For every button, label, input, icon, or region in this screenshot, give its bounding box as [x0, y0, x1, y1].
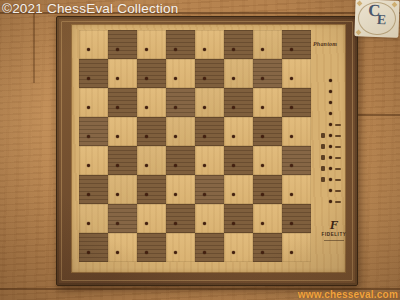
square-sensor-led: [145, 251, 148, 254]
square-g6: [253, 88, 282, 117]
panel-led: [329, 112, 332, 115]
square-sensor-led: [174, 106, 177, 109]
square-f2: [224, 204, 253, 233]
square-sensor-led: [87, 251, 90, 254]
square-e4: [195, 146, 224, 175]
square-sensor-led: [116, 222, 119, 225]
square-a8: [79, 30, 108, 59]
square-sensor-led: [174, 193, 177, 196]
square-sensor-led: [290, 222, 293, 225]
square-sensor-led: [174, 251, 177, 254]
square-sensor-led: [203, 222, 206, 225]
led-row: [321, 108, 347, 119]
chesseval-logo: C E: [354, 0, 399, 38]
square-sensor-led: [232, 77, 235, 80]
square-e6: [195, 88, 224, 117]
fidelity-f-icon: F: [317, 218, 351, 231]
square-h5: [282, 117, 311, 146]
square-c2: [137, 204, 166, 233]
panel-led: [329, 123, 332, 126]
square-sensor-led: [87, 164, 90, 167]
led-row: [321, 141, 347, 152]
square-g1: [253, 233, 282, 262]
square-e5: [195, 117, 224, 146]
square-d6: [166, 88, 195, 117]
logo-letter-e: E: [377, 12, 387, 28]
square-sensor-led: [232, 164, 235, 167]
panel-led: [329, 101, 332, 104]
square-g3: [253, 175, 282, 204]
square-e2: [195, 204, 224, 233]
square-a6: [79, 88, 108, 117]
square-g8: [253, 30, 282, 59]
square-b4: [108, 146, 137, 175]
square-sensor-led: [116, 135, 119, 138]
square-sensor-led: [261, 106, 264, 109]
led-label: [335, 157, 341, 159]
led-row: [321, 196, 347, 207]
square-sensor-led: [232, 222, 235, 225]
square-c4: [137, 146, 166, 175]
square-c8: [137, 30, 166, 59]
square-c7: [137, 59, 166, 88]
square-g5: [253, 117, 282, 146]
square-sensor-led: [174, 222, 177, 225]
square-sensor-led: [203, 48, 206, 51]
led-row: [321, 163, 347, 174]
square-c3: [137, 175, 166, 204]
square-sensor-led: [145, 48, 148, 51]
led-label: [335, 168, 341, 170]
square-sensor-led: [290, 77, 293, 80]
square-sensor-led: [261, 251, 264, 254]
square-sensor-led: [203, 106, 206, 109]
square-f8: [224, 30, 253, 59]
square-a3: [79, 175, 108, 204]
square-d3: [166, 175, 195, 204]
floor-plank-seam-right: [352, 114, 400, 116]
square-b3: [108, 175, 137, 204]
chessboard: Phantom F FIDELITY: [56, 16, 358, 286]
led-label: [335, 135, 341, 137]
square-sensor-led: [145, 135, 148, 138]
led-row: [321, 97, 347, 108]
model-label: Phantom: [313, 41, 373, 47]
square-sensor-led: [290, 106, 293, 109]
square-sensor-led: [290, 48, 293, 51]
square-d8: [166, 30, 195, 59]
square-e3: [195, 175, 224, 204]
square-sensor-led: [232, 106, 235, 109]
square-sensor-led: [232, 193, 235, 196]
square-sensor-led: [87, 135, 90, 138]
led-row: [321, 174, 347, 185]
board-grid: [79, 30, 311, 262]
copyright-watermark: ©2021 ChessEval Collection: [2, 1, 179, 16]
square-f4: [224, 146, 253, 175]
square-h4: [282, 146, 311, 175]
square-sensor-led: [87, 48, 90, 51]
square-e1: [195, 233, 224, 262]
website-watermark: www.chesseval.com: [298, 289, 398, 300]
square-a1: [79, 233, 108, 262]
square-f6: [224, 88, 253, 117]
square-sensor-led: [116, 251, 119, 254]
logo-corner-ornament-icon: [392, 2, 398, 8]
square-g7: [253, 59, 282, 88]
square-h7: [282, 59, 311, 88]
square-d7: [166, 59, 195, 88]
square-sensor-led: [261, 164, 264, 167]
square-sensor-led: [232, 48, 235, 51]
square-e8: [195, 30, 224, 59]
square-d1: [166, 233, 195, 262]
board-playing-surface: Phantom F FIDELITY: [71, 24, 346, 273]
square-sensor-led: [261, 193, 264, 196]
panel-led: [329, 145, 332, 148]
panel-led: [329, 200, 332, 203]
square-sensor-led: [261, 222, 264, 225]
square-sensor-led: [174, 48, 177, 51]
square-sensor-led: [261, 77, 264, 80]
square-sensor-led: [87, 106, 90, 109]
square-sensor-led: [261, 48, 264, 51]
square-sensor-led: [87, 222, 90, 225]
square-f7: [224, 59, 253, 88]
logo-corner-ornament-icon: [357, 1, 363, 7]
panel-led: [329, 134, 332, 137]
square-sensor-led: [87, 193, 90, 196]
square-d5: [166, 117, 195, 146]
square-sensor-led: [145, 193, 148, 196]
square-b6: [108, 88, 137, 117]
square-c5: [137, 117, 166, 146]
square-b5: [108, 117, 137, 146]
led-label: [335, 124, 341, 126]
square-sensor-led: [203, 135, 206, 138]
logo-corner-ornament-icon: [356, 30, 362, 36]
led-row: [321, 130, 347, 141]
square-sensor-led: [174, 135, 177, 138]
square-h2: [282, 204, 311, 233]
square-b1: [108, 233, 137, 262]
panel-led: [329, 178, 332, 181]
floor-plank-seam-left: [33, 13, 35, 83]
square-sensor-led: [232, 135, 235, 138]
square-f5: [224, 117, 253, 146]
square-g2: [253, 204, 282, 233]
square-sensor-led: [116, 164, 119, 167]
panel-led: [329, 189, 332, 192]
piece-symbol-icon: [321, 166, 325, 171]
panel-led: [329, 79, 332, 82]
led-label: [335, 201, 341, 203]
led-row: [321, 185, 347, 196]
led-label: [335, 179, 341, 181]
square-sensor-led: [290, 164, 293, 167]
square-b8: [108, 30, 137, 59]
square-sensor-led: [203, 164, 206, 167]
square-e7: [195, 59, 224, 88]
square-f1: [224, 233, 253, 262]
square-sensor-led: [203, 77, 206, 80]
square-sensor-led: [174, 77, 177, 80]
led-row: [321, 152, 347, 163]
panel-led: [329, 167, 332, 170]
square-sensor-led: [232, 251, 235, 254]
panel-led: [329, 90, 332, 93]
square-sensor-led: [145, 77, 148, 80]
square-sensor-led: [203, 251, 206, 254]
square-sensor-led: [87, 77, 90, 80]
piece-symbol-icon: [321, 177, 325, 182]
square-b7: [108, 59, 137, 88]
led-status-panel: [321, 75, 347, 207]
square-sensor-led: [145, 222, 148, 225]
square-a5: [79, 117, 108, 146]
square-a7: [79, 59, 108, 88]
piece-symbol-icon: [321, 155, 325, 160]
square-sensor-led: [290, 251, 293, 254]
square-h1: [282, 233, 311, 262]
square-sensor-led: [145, 106, 148, 109]
square-d4: [166, 146, 195, 175]
led-label: [335, 146, 341, 148]
square-g4: [253, 146, 282, 175]
fidelity-logo: F FIDELITY: [317, 218, 351, 241]
panel-led: [329, 156, 332, 159]
square-h6: [282, 88, 311, 117]
square-sensor-led: [203, 193, 206, 196]
fidelity-subline: [324, 240, 344, 242]
fidelity-brand-text: FIDELITY: [317, 232, 351, 237]
square-sensor-led: [261, 135, 264, 138]
square-d2: [166, 204, 195, 233]
square-sensor-led: [290, 193, 293, 196]
led-label: [335, 190, 341, 192]
led-row: [321, 119, 347, 130]
square-sensor-led: [290, 135, 293, 138]
square-b2: [108, 204, 137, 233]
square-a4: [79, 146, 108, 175]
square-sensor-led: [116, 193, 119, 196]
square-f3: [224, 175, 253, 204]
square-c6: [137, 88, 166, 117]
square-a2: [79, 204, 108, 233]
square-sensor-led: [145, 164, 148, 167]
square-sensor-led: [174, 164, 177, 167]
piece-symbol-icon: [321, 133, 325, 138]
square-h8: [282, 30, 311, 59]
square-sensor-led: [116, 106, 119, 109]
piece-symbol-icon: [321, 144, 325, 149]
square-h3: [282, 175, 311, 204]
square-sensor-led: [116, 77, 119, 80]
led-row: [321, 86, 347, 97]
square-sensor-led: [116, 48, 119, 51]
led-row: [321, 75, 347, 86]
square-c1: [137, 233, 166, 262]
